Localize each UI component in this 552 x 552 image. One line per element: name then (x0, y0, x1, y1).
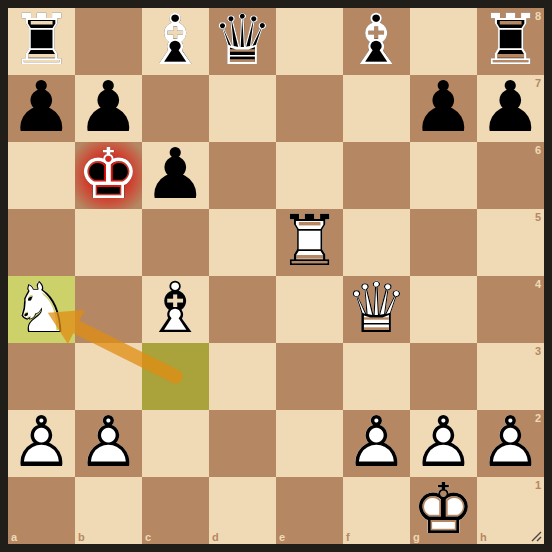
piece-outline-glyph: ♖ (479, 4, 542, 74)
white-bishop[interactable]: ♝♗ (142, 276, 209, 343)
file-label-b: b (78, 531, 85, 543)
piece-outline-glyph: ♖ (278, 205, 341, 275)
piece-fill-glyph: ♚ (77, 138, 140, 208)
piece-outline-glyph: ♔ (412, 473, 475, 543)
square-a8[interactable]: ♜♖ (8, 8, 75, 75)
file-label-f: f (346, 531, 350, 543)
white-king[interactable]: ♚♔ (410, 477, 477, 544)
square-b5[interactable] (75, 209, 142, 276)
square-g6[interactable] (410, 142, 477, 209)
square-b1[interactable]: b (75, 477, 142, 544)
piece-fill-glyph: ♟ (345, 406, 408, 476)
square-d2[interactable] (209, 410, 276, 477)
square-a1[interactable]: a (8, 477, 75, 544)
square-a4[interactable]: ♞♘ (8, 276, 75, 343)
square-e2[interactable] (276, 410, 343, 477)
square-g5[interactable] (410, 209, 477, 276)
square-a7[interactable]: ♟ (8, 75, 75, 142)
rank-label-4: 4 (535, 278, 541, 290)
piece-outline-glyph: ♙ (77, 406, 140, 476)
file-label-a: a (11, 531, 17, 543)
piece-outline-glyph: ♕ (345, 272, 408, 342)
piece-outline-glyph: ♙ (10, 406, 73, 476)
square-d5[interactable] (209, 209, 276, 276)
square-c4[interactable]: ♝♗ (142, 276, 209, 343)
square-d3[interactable] (209, 343, 276, 410)
piece-outline-glyph: ♗ (345, 4, 408, 74)
rank-label-3: 3 (535, 345, 541, 357)
white-pawn[interactable]: ♟♙ (410, 410, 477, 477)
square-e4[interactable] (276, 276, 343, 343)
square-f3[interactable] (343, 343, 410, 410)
square-g4[interactable] (410, 276, 477, 343)
square-f7[interactable] (343, 75, 410, 142)
square-d1[interactable]: d (209, 477, 276, 544)
black-pawn[interactable]: ♟ (142, 142, 209, 209)
square-h6[interactable]: 6 (477, 142, 544, 209)
last-move-highlight (142, 343, 209, 410)
square-b8[interactable] (75, 8, 142, 75)
square-a6[interactable] (8, 142, 75, 209)
square-e5[interactable]: ♜♖ (276, 209, 343, 276)
square-d6[interactable] (209, 142, 276, 209)
square-h4[interactable]: 4 (477, 276, 544, 343)
piece-fill-glyph: ♛ (345, 272, 408, 342)
square-g1[interactable]: g♚♔ (410, 477, 477, 544)
piece-outline-glyph: ♙ (345, 406, 408, 476)
piece-fill-glyph: ♝ (144, 272, 207, 342)
chess-board: ♜♖♝♗♛♕♝♗8♜♖♟♟♟7♟♚♔♟6♜♖5♞♘♝♗♛♕43♟♙♟♙♟♙♟♙2… (8, 8, 544, 544)
white-knight[interactable]: ♞♘ (8, 276, 75, 343)
board-frame: ♜♖♝♗♛♕♝♗8♜♖♟♟♟7♟♚♔♟6♜♖5♞♘♝♗♛♕43♟♙♟♙♟♙♟♙2… (0, 0, 552, 552)
square-g8[interactable] (410, 8, 477, 75)
black-king[interactable]: ♚♔ (75, 142, 142, 209)
piece-fill-glyph: ♚ (412, 473, 475, 543)
square-b6[interactable]: ♚♔ (75, 142, 142, 209)
black-rook[interactable]: ♜♖ (8, 8, 75, 75)
piece-outline-glyph: ♗ (144, 272, 207, 342)
piece-fill-glyph: ♜ (10, 4, 73, 74)
piece-fill-glyph: ♟ (479, 71, 542, 141)
square-f8[interactable]: ♝♗ (343, 8, 410, 75)
square-d7[interactable] (209, 75, 276, 142)
piece-outline-glyph: ♖ (10, 4, 73, 74)
file-label-h: h (480, 531, 487, 543)
square-h2[interactable]: 2♟♙ (477, 410, 544, 477)
square-f1[interactable]: f (343, 477, 410, 544)
square-b3[interactable] (75, 343, 142, 410)
square-b7[interactable]: ♟ (75, 75, 142, 142)
piece-outline-glyph: ♗ (144, 4, 207, 74)
square-c6[interactable]: ♟ (142, 142, 209, 209)
piece-fill-glyph: ♛ (211, 4, 274, 74)
piece-fill-glyph: ♟ (479, 406, 542, 476)
square-a2[interactable]: ♟♙ (8, 410, 75, 477)
piece-outline-glyph: ♙ (412, 406, 475, 476)
square-h7[interactable]: 7♟ (477, 75, 544, 142)
black-rook[interactable]: ♜♖ (477, 8, 544, 75)
white-pawn[interactable]: ♟♙ (8, 410, 75, 477)
piece-fill-glyph: ♟ (412, 406, 475, 476)
square-f5[interactable] (343, 209, 410, 276)
piece-fill-glyph: ♞ (10, 272, 73, 342)
square-c2[interactable] (142, 410, 209, 477)
piece-fill-glyph: ♟ (77, 406, 140, 476)
square-c8[interactable]: ♝♗ (142, 8, 209, 75)
file-label-c: c (145, 531, 151, 543)
file-label-d: d (212, 531, 219, 543)
piece-fill-glyph: ♝ (345, 4, 408, 74)
square-g2[interactable]: ♟♙ (410, 410, 477, 477)
black-pawn[interactable]: ♟ (477, 75, 544, 142)
white-queen[interactable]: ♛♕ (343, 276, 410, 343)
file-label-e: e (279, 531, 285, 543)
piece-outline-glyph: ♙ (479, 406, 542, 476)
rank-label-1: 1 (535, 479, 541, 491)
square-c1[interactable]: c (142, 477, 209, 544)
rank-label-6: 6 (535, 144, 541, 156)
square-f2[interactable]: ♟♙ (343, 410, 410, 477)
white-pawn[interactable]: ♟♙ (75, 410, 142, 477)
piece-outline-glyph: ♕ (211, 4, 274, 74)
piece-fill-glyph: ♝ (144, 4, 207, 74)
piece-outline-glyph: ♘ (10, 272, 73, 342)
square-a3[interactable] (8, 343, 75, 410)
black-pawn[interactable]: ♟ (410, 75, 477, 142)
piece-fill-glyph: ♟ (10, 71, 73, 141)
square-e1[interactable]: e (276, 477, 343, 544)
square-d8[interactable]: ♛♕ (209, 8, 276, 75)
piece-fill-glyph: ♟ (144, 138, 207, 208)
white-pawn[interactable]: ♟♙ (343, 410, 410, 477)
piece-fill-glyph: ♜ (278, 205, 341, 275)
square-b4[interactable] (75, 276, 142, 343)
rank-label-5: 5 (535, 211, 541, 223)
square-h8[interactable]: 8♜♖ (477, 8, 544, 75)
piece-outline-glyph: ♔ (77, 138, 140, 208)
white-pawn[interactable]: ♟♙ (477, 410, 544, 477)
piece-fill-glyph: ♜ (479, 4, 542, 74)
black-pawn[interactable]: ♟ (8, 75, 75, 142)
piece-fill-glyph: ♟ (10, 406, 73, 476)
square-e6[interactable] (276, 142, 343, 209)
piece-fill-glyph: ♟ (77, 71, 140, 141)
square-f6[interactable] (343, 142, 410, 209)
piece-fill-glyph: ♟ (412, 71, 475, 141)
square-d4[interactable] (209, 276, 276, 343)
square-e8[interactable] (276, 8, 343, 75)
square-e7[interactable] (276, 75, 343, 142)
black-pawn[interactable]: ♟ (75, 75, 142, 142)
square-c5[interactable] (142, 209, 209, 276)
square-e3[interactable] (276, 343, 343, 410)
square-g7[interactable]: ♟ (410, 75, 477, 142)
square-h3[interactable]: 3 (477, 343, 544, 410)
square-h5[interactable]: 5 (477, 209, 544, 276)
square-b2[interactable]: ♟♙ (75, 410, 142, 477)
square-c7[interactable] (142, 75, 209, 142)
square-f4[interactable]: ♛♕ (343, 276, 410, 343)
square-g3[interactable] (410, 343, 477, 410)
white-rook[interactable]: ♜♖ (276, 209, 343, 276)
resize-handle-icon[interactable] (530, 530, 542, 542)
black-queen[interactable]: ♛♕ (209, 8, 276, 75)
black-bishop[interactable]: ♝♗ (142, 8, 209, 75)
square-c3[interactable] (142, 343, 209, 410)
square-a5[interactable] (8, 209, 75, 276)
black-bishop[interactable]: ♝♗ (343, 8, 410, 75)
